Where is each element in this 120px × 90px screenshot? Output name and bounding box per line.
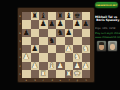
square-d7[interactable]: ♟ (48, 20, 57, 28)
square-d5[interactable]: ♞ (48, 37, 57, 45)
chessworld-logo-text: CHESSWORLD.NET (96, 4, 117, 6)
white-pawn: ♟ (65, 45, 72, 53)
video-frame: 87654321 abcdefgh ♜♝♜♝♚♟♟♟♟♟♟♞♟♞♟♟♞♟♞♟♝♟… (0, 0, 120, 90)
file-label-g: g (76, 79, 79, 81)
file-label-b: b (33, 79, 36, 81)
square-g6[interactable] (73, 29, 82, 37)
white-knight: ♞ (82, 45, 89, 53)
square-c3[interactable] (39, 53, 48, 61)
site-plug-url: www.chessworld.net (95, 35, 120, 38)
black-player-face (110, 44, 115, 50)
square-a3[interactable]: ♟ (22, 53, 31, 61)
rank-label-7: 7 (19, 23, 21, 26)
square-e5[interactable] (56, 37, 65, 45)
black-pawn: ♟ (82, 20, 89, 28)
square-b5[interactable] (31, 37, 40, 45)
square-e4[interactable] (56, 45, 65, 53)
white-knight: ♞ (74, 53, 81, 61)
file-label-a: a (25, 79, 28, 81)
square-e1[interactable] (56, 70, 65, 78)
square-c4[interactable] (39, 45, 48, 53)
square-a1[interactable] (22, 70, 31, 78)
square-b6[interactable] (31, 29, 40, 37)
black-knight: ♞ (48, 37, 55, 45)
black-player-name: Boris Spassky (95, 19, 120, 23)
square-b7[interactable] (31, 20, 40, 28)
black-king: ♚ (74, 12, 81, 20)
square-f8[interactable]: ♝ (65, 12, 74, 20)
white-player-photo (97, 41, 106, 51)
square-f5[interactable] (65, 37, 74, 45)
square-c6[interactable] (39, 29, 48, 37)
square-f7[interactable] (65, 20, 74, 28)
square-c7[interactable]: ♟ (39, 20, 48, 28)
square-b2[interactable]: ♟ (31, 62, 40, 70)
rank-label-5: 5 (19, 39, 21, 42)
square-h3[interactable] (82, 53, 91, 61)
square-d3[interactable] (48, 53, 57, 61)
black-player-photo (108, 41, 117, 51)
square-h5[interactable] (82, 37, 91, 45)
square-d8[interactable] (48, 12, 57, 20)
square-h2[interactable]: ♟ (82, 62, 91, 70)
square-e3[interactable] (56, 53, 65, 61)
white-pawn: ♟ (82, 62, 89, 70)
white-pawn: ♟ (31, 62, 38, 70)
square-g7[interactable]: ♟ (73, 20, 82, 28)
black-pawn: ♟ (74, 20, 81, 28)
square-d4[interactable] (48, 45, 57, 53)
rank-label-3: 3 (19, 56, 21, 59)
white-pawn: ♟ (74, 62, 81, 70)
square-c5[interactable] (39, 37, 48, 45)
square-d1[interactable] (48, 70, 57, 78)
rank-label-2: 2 (19, 64, 21, 67)
square-e7[interactable]: ♟ (56, 20, 65, 28)
file-labels: abcdefgh (22, 78, 90, 82)
square-g5[interactable] (73, 37, 82, 45)
square-g8[interactable]: ♚ (73, 12, 82, 20)
square-g4[interactable] (73, 45, 82, 53)
black-knight: ♞ (57, 29, 64, 37)
square-d2[interactable]: ♝ (48, 62, 57, 70)
square-b8[interactable]: ♜ (31, 12, 40, 20)
black-bishop: ♝ (65, 12, 72, 20)
square-a7[interactable] (22, 20, 31, 28)
square-g3[interactable]: ♞ (73, 53, 82, 61)
square-a5[interactable] (22, 37, 31, 45)
square-a4[interactable] (22, 45, 31, 53)
rank-label-1: 1 (19, 72, 21, 75)
square-f2[interactable] (65, 62, 74, 70)
black-pawn: ♟ (40, 20, 47, 28)
square-g2[interactable]: ♟ (73, 62, 82, 70)
black-bishop: ♝ (40, 12, 47, 20)
square-h1[interactable] (82, 70, 91, 78)
white-bishop: ♝ (48, 62, 55, 70)
square-b3[interactable] (31, 53, 40, 61)
white-king: ♚ (74, 70, 81, 78)
black-pawn: ♟ (31, 45, 38, 53)
file-label-f: f (67, 79, 70, 81)
black-rook: ♜ (57, 12, 64, 20)
rank-label-6: 6 (19, 31, 21, 34)
square-e6[interactable]: ♞ (56, 29, 65, 37)
square-f1[interactable]: ♜ (65, 70, 74, 78)
file-label-d: d (50, 79, 53, 81)
board-grid: ♜♝♜♝♚♟♟♟♟♟♟♞♟♞♟♟♞♟♞♟♝♟♟♟♜♜♚ (22, 12, 90, 78)
white-player-hair (99, 42, 105, 45)
square-a8[interactable] (22, 12, 31, 20)
chess-board: 87654321 abcdefgh ♜♝♜♝♚♟♟♟♟♟♟♞♟♞♟♟♞♟♞♟♝♟… (18, 8, 94, 82)
square-f4[interactable]: ♟ (65, 45, 74, 53)
file-label-c: c (42, 79, 45, 81)
square-h8[interactable] (82, 12, 91, 20)
black-pawn: ♟ (65, 29, 72, 37)
black-player-hair (110, 42, 116, 44)
file-label-e: e (59, 79, 62, 81)
square-e8[interactable]: ♜ (56, 12, 65, 20)
white-rook: ♜ (65, 70, 72, 78)
square-e2[interactable]: ♟ (56, 62, 65, 70)
square-c2[interactable] (39, 62, 48, 70)
square-f6[interactable]: ♟ (65, 29, 74, 37)
square-d6[interactable] (48, 29, 57, 37)
game-meta: Riga, URS, 1958 (95, 26, 120, 29)
info-panel: Mikhail Tal vs Boris Spassky Riga, URS, … (95, 15, 120, 39)
square-h6[interactable] (82, 29, 91, 37)
rank-label-8: 8 (19, 15, 21, 18)
square-c1[interactable]: ♜ (39, 70, 48, 78)
square-a6[interactable]: ♟ (22, 29, 31, 37)
chessworld-logo: CHESSWORLD.NET (95, 2, 118, 8)
square-b4[interactable]: ♟ (31, 45, 40, 53)
black-pawn: ♟ (23, 29, 30, 37)
square-b1[interactable] (31, 70, 40, 78)
white-pawn: ♟ (57, 62, 64, 70)
square-c8[interactable]: ♝ (39, 12, 48, 20)
square-h7[interactable]: ♟ (82, 20, 91, 28)
square-h4[interactable]: ♞ (82, 45, 91, 53)
square-g1[interactable]: ♚ (73, 70, 82, 78)
square-f3[interactable] (65, 53, 74, 61)
file-label-h: h (84, 79, 87, 81)
white-pawn: ♟ (23, 53, 30, 61)
rank-label-4: 4 (19, 48, 21, 51)
white-rook: ♜ (40, 70, 47, 78)
black-pawn: ♟ (48, 20, 55, 28)
black-rook: ♜ (31, 12, 38, 20)
square-a2[interactable] (22, 62, 31, 70)
black-pawn: ♟ (57, 20, 64, 28)
